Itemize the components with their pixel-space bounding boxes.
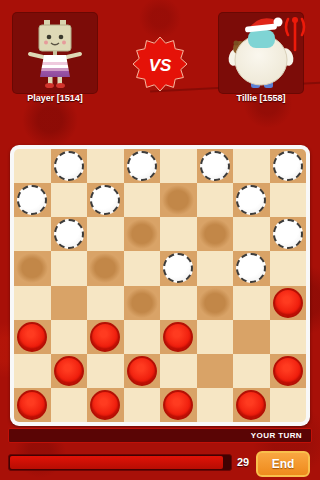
board-square[interactable] [233, 388, 270, 422]
board-square[interactable] [233, 251, 270, 285]
board-grid [14, 149, 306, 422]
white-piece[interactable] [236, 185, 266, 215]
antenna-icon [283, 13, 307, 53]
white-piece[interactable] [163, 253, 193, 283]
vs-label: VS [149, 56, 172, 75]
board-square[interactable] [51, 217, 88, 251]
white-piece[interactable] [127, 151, 157, 181]
board-square[interactable] [87, 183, 124, 217]
board-square [233, 286, 270, 320]
board-square[interactable] [14, 183, 51, 217]
board-square [87, 286, 124, 320]
board-square[interactable] [270, 217, 307, 251]
board-square [197, 251, 234, 285]
board-square[interactable] [124, 286, 161, 320]
board-square[interactable] [197, 149, 234, 183]
board-square [197, 183, 234, 217]
board-square[interactable] [197, 286, 234, 320]
red-piece[interactable] [163, 322, 193, 352]
square-dimple [162, 185, 194, 215]
board-square [197, 320, 234, 354]
board-square [270, 320, 307, 354]
square-dimple [199, 219, 231, 249]
white-piece[interactable] [273, 151, 303, 181]
player-robot-avatar [13, 13, 97, 93]
board-square[interactable] [124, 149, 161, 183]
vs-badge: VS [132, 36, 188, 92]
board-square [233, 354, 270, 388]
board-square[interactable] [14, 320, 51, 354]
player-card [13, 13, 97, 93]
board-square[interactable] [160, 388, 197, 422]
board-square [87, 217, 124, 251]
board-square [124, 183, 161, 217]
red-piece[interactable] [17, 390, 47, 420]
board-square [14, 286, 51, 320]
timer-seconds: 29 [232, 456, 254, 468]
board-square [124, 388, 161, 422]
player-name-label: Player [1514] [13, 93, 97, 103]
board-square[interactable] [197, 217, 234, 251]
board-square [270, 183, 307, 217]
board-square[interactable] [270, 354, 307, 388]
board-square [124, 251, 161, 285]
board-square [87, 149, 124, 183]
board-square[interactable] [51, 149, 88, 183]
board-square [270, 251, 307, 285]
white-piece[interactable] [273, 219, 303, 249]
board-square[interactable] [87, 388, 124, 422]
white-piece[interactable] [90, 185, 120, 215]
red-piece[interactable] [54, 356, 84, 386]
square-dimple [126, 288, 158, 318]
white-piece[interactable] [200, 151, 230, 181]
board-square [270, 388, 307, 422]
board-square[interactable] [87, 320, 124, 354]
board-square[interactable] [160, 183, 197, 217]
board-square[interactable] [233, 320, 270, 354]
timer-fill [10, 456, 223, 469]
board-square [14, 354, 51, 388]
board-square[interactable] [51, 354, 88, 388]
board-square[interactable] [160, 320, 197, 354]
square-dimple [126, 219, 158, 249]
board-square [51, 183, 88, 217]
red-piece[interactable] [273, 356, 303, 386]
red-piece[interactable] [273, 288, 303, 318]
square-dimple [199, 288, 231, 318]
white-piece[interactable] [54, 219, 84, 249]
red-piece[interactable] [127, 356, 157, 386]
board-square[interactable] [14, 388, 51, 422]
red-piece[interactable] [90, 322, 120, 352]
board-square [14, 149, 51, 183]
game-screen: Player [1514] VS Tillie [15 [0, 0, 320, 480]
red-piece[interactable] [17, 322, 47, 352]
board-square [160, 217, 197, 251]
board-square [51, 388, 88, 422]
end-button[interactable]: End [256, 451, 310, 477]
board-square [160, 286, 197, 320]
board-square[interactable] [124, 217, 161, 251]
square-dimple [89, 253, 121, 283]
board-square[interactable] [51, 286, 88, 320]
board-square [51, 320, 88, 354]
board-square[interactable] [270, 286, 307, 320]
red-piece[interactable] [163, 390, 193, 420]
board-square[interactable] [270, 149, 307, 183]
board-square [14, 217, 51, 251]
board-square [197, 388, 234, 422]
red-piece[interactable] [236, 390, 266, 420]
red-piece[interactable] [90, 390, 120, 420]
white-piece[interactable] [17, 185, 47, 215]
board-square[interactable] [87, 251, 124, 285]
board-square[interactable] [233, 183, 270, 217]
white-piece[interactable] [54, 151, 84, 181]
board-square[interactable] [160, 251, 197, 285]
board-square [160, 354, 197, 388]
board-square [233, 149, 270, 183]
board-square [124, 320, 161, 354]
turn-timer-bar [8, 454, 232, 471]
board-square [160, 149, 197, 183]
opponent-name-label: Tillie [1558] [219, 93, 303, 103]
turn-status-bar: YOUR TURN [8, 428, 312, 443]
board-square[interactable] [14, 251, 51, 285]
board-square [233, 217, 270, 251]
square-dimple [16, 253, 48, 283]
checkers-board [10, 145, 310, 426]
board-square [51, 251, 88, 285]
board-square [87, 354, 124, 388]
white-piece[interactable] [236, 253, 266, 283]
board-square[interactable] [124, 354, 161, 388]
board-square[interactable] [197, 354, 234, 388]
